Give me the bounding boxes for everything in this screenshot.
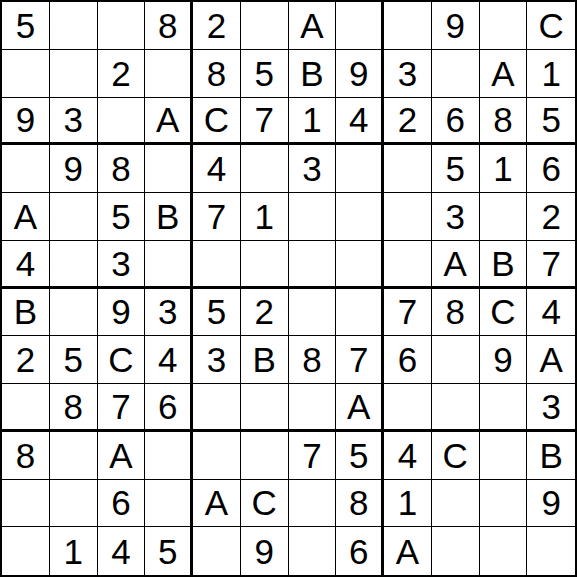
cell-r7c4[interactable]: 3 <box>145 289 193 337</box>
cell-r2c7[interactable]: B <box>289 50 337 98</box>
cell-r11c4[interactable] <box>145 480 193 528</box>
cell-r10c10[interactable]: C <box>432 432 480 480</box>
cell-r5c12[interactable]: 2 <box>527 193 575 241</box>
cell-r1c12[interactable]: C <box>527 2 575 50</box>
cell-r2c11[interactable]: A <box>480 50 528 98</box>
cell-r6c10[interactable]: A <box>432 241 480 289</box>
cell-r7c11[interactable]: C <box>480 289 528 337</box>
cell-r3c1[interactable]: 9 <box>2 98 50 146</box>
cell-r11c11[interactable] <box>480 480 528 528</box>
cell-r11c2[interactable] <box>50 480 98 528</box>
cell-r9c2[interactable]: 8 <box>50 384 98 432</box>
cell-r7c2[interactable] <box>50 289 98 337</box>
cell-r1c2[interactable] <box>50 2 98 50</box>
cell-r11c5[interactable]: A <box>193 480 241 528</box>
cell-r8c3[interactable]: C <box>98 336 146 384</box>
cell-r6c4[interactable] <box>145 241 193 289</box>
cell-r3c5[interactable]: C <box>193 98 241 146</box>
cell-r9c1[interactable] <box>2 384 50 432</box>
cell-r1c5[interactable]: 2 <box>193 2 241 50</box>
cell-r5c1[interactable]: A <box>2 193 50 241</box>
cell-r9c3[interactable]: 7 <box>98 384 146 432</box>
cell-r10c6[interactable] <box>241 432 289 480</box>
cell-r1c9[interactable] <box>384 2 432 50</box>
cell-r12c6[interactable]: 9 <box>241 527 289 575</box>
cell-r1c7[interactable]: A <box>289 2 337 50</box>
cell-r2c8[interactable]: 9 <box>336 50 384 98</box>
cell-r3c8[interactable]: 4 <box>336 98 384 146</box>
cell-r10c1[interactable]: 8 <box>2 432 50 480</box>
cell-r8c5[interactable]: 3 <box>193 336 241 384</box>
cell-r4c12[interactable]: 6 <box>527 145 575 193</box>
cell-r10c7[interactable]: 7 <box>289 432 337 480</box>
cell-r12c3[interactable]: 4 <box>98 527 146 575</box>
cell-r3c10[interactable]: 6 <box>432 98 480 146</box>
cell-r10c5[interactable] <box>193 432 241 480</box>
cell-r2c3[interactable]: 2 <box>98 50 146 98</box>
cell-r11c7[interactable] <box>289 480 337 528</box>
cell-r1c3[interactable] <box>98 2 146 50</box>
cell-r2c4[interactable] <box>145 50 193 98</box>
cell-r4c3[interactable]: 8 <box>98 145 146 193</box>
cell-r6c5[interactable] <box>193 241 241 289</box>
cell-r5c8[interactable] <box>336 193 384 241</box>
cell-r12c8[interactable]: 6 <box>336 527 384 575</box>
cell-r8c8[interactable]: 7 <box>336 336 384 384</box>
cell-r8c6[interactable]: B <box>241 336 289 384</box>
cell-r4c1[interactable] <box>2 145 50 193</box>
cell-r1c4[interactable]: 8 <box>145 2 193 50</box>
cell-r5c4[interactable]: B <box>145 193 193 241</box>
cell-r5c5[interactable]: 7 <box>193 193 241 241</box>
cell-r10c9[interactable]: 4 <box>384 432 432 480</box>
cell-r1c1[interactable]: 5 <box>2 2 50 50</box>
cell-r10c4[interactable] <box>145 432 193 480</box>
cell-r7c5[interactable]: 5 <box>193 289 241 337</box>
cell-r12c12[interactable] <box>527 527 575 575</box>
cell-r6c1[interactable]: 4 <box>2 241 50 289</box>
cell-r2c9[interactable]: 3 <box>384 50 432 98</box>
cell-r7c8[interactable] <box>336 289 384 337</box>
cell-r9c6[interactable] <box>241 384 289 432</box>
cell-r6c7[interactable] <box>289 241 337 289</box>
cell-r7c9[interactable]: 7 <box>384 289 432 337</box>
cell-r9c4[interactable]: 6 <box>145 384 193 432</box>
cell-r4c4[interactable] <box>145 145 193 193</box>
cell-r11c3[interactable]: 6 <box>98 480 146 528</box>
cell-r11c6[interactable]: C <box>241 480 289 528</box>
cell-r6c2[interactable] <box>50 241 98 289</box>
cell-r6c3[interactable]: 3 <box>98 241 146 289</box>
cell-r7c1[interactable]: B <box>2 289 50 337</box>
cell-r9c11[interactable] <box>480 384 528 432</box>
cell-r2c2[interactable] <box>50 50 98 98</box>
cell-r8c12[interactable]: A <box>527 336 575 384</box>
cell-r7c12[interactable]: 4 <box>527 289 575 337</box>
cell-r12c1[interactable] <box>2 527 50 575</box>
cell-r8c11[interactable]: 9 <box>480 336 528 384</box>
cell-r8c7[interactable]: 8 <box>289 336 337 384</box>
cell-r8c1[interactable]: 2 <box>2 336 50 384</box>
cell-r12c7[interactable] <box>289 527 337 575</box>
cell-r4c7[interactable]: 3 <box>289 145 337 193</box>
cell-r2c1[interactable] <box>2 50 50 98</box>
cell-r5c10[interactable]: 3 <box>432 193 480 241</box>
cell-r3c7[interactable]: 1 <box>289 98 337 146</box>
cell-r12c11[interactable] <box>480 527 528 575</box>
cell-r3c4[interactable]: A <box>145 98 193 146</box>
cell-r1c8[interactable] <box>336 2 384 50</box>
cell-r3c9[interactable]: 2 <box>384 98 432 146</box>
cell-r4c8[interactable] <box>336 145 384 193</box>
cell-r1c6[interactable] <box>241 2 289 50</box>
cell-r5c9[interactable] <box>384 193 432 241</box>
cell-r9c12[interactable]: 3 <box>527 384 575 432</box>
cell-r5c11[interactable] <box>480 193 528 241</box>
cell-r6c11[interactable]: B <box>480 241 528 289</box>
cell-r7c3[interactable]: 9 <box>98 289 146 337</box>
cell-r11c9[interactable]: 1 <box>384 480 432 528</box>
cell-r12c10[interactable] <box>432 527 480 575</box>
cell-r8c10[interactable] <box>432 336 480 384</box>
cell-r9c5[interactable] <box>193 384 241 432</box>
cell-r5c6[interactable]: 1 <box>241 193 289 241</box>
cell-r7c7[interactable] <box>289 289 337 337</box>
cell-r10c8[interactable]: 5 <box>336 432 384 480</box>
cell-r6c6[interactable] <box>241 241 289 289</box>
cell-r9c10[interactable] <box>432 384 480 432</box>
cell-r11c12[interactable]: 9 <box>527 480 575 528</box>
cell-r3c6[interactable]: 7 <box>241 98 289 146</box>
cell-r7c10[interactable]: 8 <box>432 289 480 337</box>
cell-r4c10[interactable]: 5 <box>432 145 480 193</box>
cell-r4c9[interactable] <box>384 145 432 193</box>
cell-r3c11[interactable]: 8 <box>480 98 528 146</box>
cell-r12c5[interactable] <box>193 527 241 575</box>
cell-r10c2[interactable] <box>50 432 98 480</box>
cell-r2c12[interactable]: 1 <box>527 50 575 98</box>
cell-r2c5[interactable]: 8 <box>193 50 241 98</box>
sudoku-board: 582A9C285B93A193AC71426859843516A5B71324… <box>0 0 577 577</box>
cell-r10c3[interactable]: A <box>98 432 146 480</box>
cell-r5c2[interactable] <box>50 193 98 241</box>
cell-r5c3[interactable]: 5 <box>98 193 146 241</box>
cell-r4c5[interactable]: 4 <box>193 145 241 193</box>
cell-r8c2[interactable]: 5 <box>50 336 98 384</box>
cell-r10c11[interactable] <box>480 432 528 480</box>
cell-r8c9[interactable]: 6 <box>384 336 432 384</box>
cell-r12c9[interactable]: A <box>384 527 432 575</box>
cell-r12c4[interactable]: 5 <box>145 527 193 575</box>
cell-r6c12[interactable]: 7 <box>527 241 575 289</box>
cell-r3c12[interactable]: 5 <box>527 98 575 146</box>
cell-r9c8[interactable]: A <box>336 384 384 432</box>
cell-r8c4[interactable]: 4 <box>145 336 193 384</box>
cell-r4c11[interactable]: 1 <box>480 145 528 193</box>
cell-r7c6[interactable]: 2 <box>241 289 289 337</box>
cell-r10c12[interactable]: B <box>527 432 575 480</box>
cell-r6c9[interactable] <box>384 241 432 289</box>
cell-r4c6[interactable] <box>241 145 289 193</box>
cell-r11c8[interactable]: 8 <box>336 480 384 528</box>
cell-r2c10[interactable] <box>432 50 480 98</box>
cell-r6c8[interactable] <box>336 241 384 289</box>
cell-r11c10[interactable] <box>432 480 480 528</box>
cell-r4c2[interactable]: 9 <box>50 145 98 193</box>
cell-r5c7[interactable] <box>289 193 337 241</box>
cell-r9c9[interactable] <box>384 384 432 432</box>
cell-r1c10[interactable]: 9 <box>432 2 480 50</box>
cell-r11c1[interactable] <box>2 480 50 528</box>
cell-r3c3[interactable] <box>98 98 146 146</box>
cell-r9c7[interactable] <box>289 384 337 432</box>
cell-r1c11[interactable] <box>480 2 528 50</box>
cell-r3c2[interactable]: 3 <box>50 98 98 146</box>
cell-r2c6[interactable]: 5 <box>241 50 289 98</box>
cell-r12c2[interactable]: 1 <box>50 527 98 575</box>
